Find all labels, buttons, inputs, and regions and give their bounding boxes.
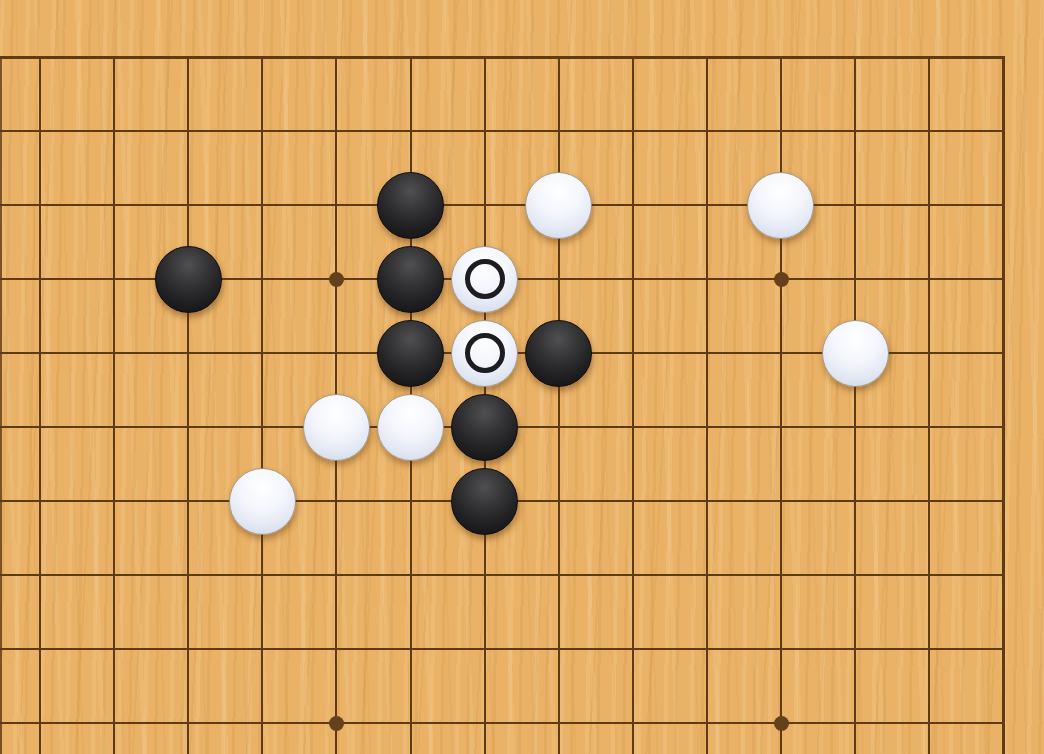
intersection-H10[interactable] [151, 686, 225, 754]
intersection-Q14[interactable] [744, 390, 818, 464]
intersection-M19[interactable] [448, 20, 522, 94]
intersection-S15[interactable] [892, 316, 966, 390]
intersection-M11[interactable] [448, 612, 522, 686]
intersection-J12[interactable] [225, 538, 299, 612]
intersection-K16[interactable] [299, 242, 373, 316]
intersection-S12[interactable] [892, 538, 966, 612]
intersection-J16[interactable] [225, 242, 299, 316]
intersection-R14[interactable] [818, 390, 892, 464]
intersection-T11[interactable] [966, 612, 1040, 686]
intersection-S19[interactable] [892, 20, 966, 94]
intersection-K13[interactable] [299, 464, 373, 538]
intersection-R15[interactable] [818, 316, 892, 390]
intersection-T17[interactable] [966, 168, 1040, 242]
intersection-M14[interactable] [448, 390, 522, 464]
intersection-O18[interactable] [596, 94, 670, 168]
intersection-N11[interactable] [522, 612, 596, 686]
intersection-S14[interactable] [892, 390, 966, 464]
intersection-O19[interactable] [596, 20, 670, 94]
intersection-N16[interactable] [522, 242, 596, 316]
intersection-G12[interactable] [77, 538, 151, 612]
intersection-P18[interactable] [670, 94, 744, 168]
intersection-Q17[interactable] [744, 168, 818, 242]
intersection-J10[interactable] [225, 686, 299, 754]
intersection-Q16[interactable] [744, 242, 818, 316]
intersection-Q18[interactable] [744, 94, 818, 168]
intersection-H18[interactable] [151, 94, 225, 168]
intersection-S18[interactable] [892, 94, 966, 168]
intersection-G18[interactable] [77, 94, 151, 168]
intersection-P13[interactable] [670, 464, 744, 538]
intersection-M13[interactable] [448, 464, 522, 538]
intersection-G10[interactable] [77, 686, 151, 754]
intersection-F15[interactable] [3, 316, 77, 390]
intersection-Q15[interactable] [744, 316, 818, 390]
stone-white-K14 [303, 394, 370, 461]
intersection-T19[interactable] [966, 20, 1040, 94]
intersection-M12[interactable] [448, 538, 522, 612]
intersection-K15[interactable] [299, 316, 373, 390]
intersection-F11[interactable] [3, 612, 77, 686]
intersection-P10[interactable] [670, 686, 744, 754]
intersection-H15[interactable] [151, 316, 225, 390]
intersection-N12[interactable] [522, 538, 596, 612]
intersection-L13[interactable] [373, 464, 447, 538]
intersection-N18[interactable] [522, 94, 596, 168]
stone-black-M14 [451, 394, 518, 461]
intersection-F16[interactable] [3, 242, 77, 316]
intersection-M10[interactable] [448, 686, 522, 754]
intersection-F17[interactable] [3, 168, 77, 242]
intersection-H17[interactable] [151, 168, 225, 242]
intersection-T14[interactable] [966, 390, 1040, 464]
intersection-P15[interactable] [670, 316, 744, 390]
intersection-T12[interactable] [966, 538, 1040, 612]
stone-black-M13 [451, 468, 518, 535]
intersection-O11[interactable] [596, 612, 670, 686]
intersection-Q12[interactable] [744, 538, 818, 612]
intersection-Q11[interactable] [744, 612, 818, 686]
stone-black-H16 [155, 246, 222, 313]
intersection-F10[interactable] [3, 686, 77, 754]
intersection-R11[interactable] [818, 612, 892, 686]
intersection-N13[interactable] [522, 464, 596, 538]
intersection-S17[interactable] [892, 168, 966, 242]
intersection-N17[interactable] [522, 168, 596, 242]
intersection-M16[interactable] [448, 242, 522, 316]
circle-mark [465, 333, 505, 373]
intersection-G13[interactable] [77, 464, 151, 538]
stone-white-N17 [525, 172, 592, 239]
intersection-L19[interactable] [373, 20, 447, 94]
intersection-G17[interactable] [77, 168, 151, 242]
intersection-N10[interactable] [522, 686, 596, 754]
go-board [0, 0, 1044, 754]
intersection-L10[interactable] [373, 686, 447, 754]
stone-white-L14 [377, 394, 444, 461]
intersection-P19[interactable] [670, 20, 744, 94]
intersection-O12[interactable] [596, 538, 670, 612]
intersection-O17[interactable] [596, 168, 670, 242]
intersection-G15[interactable] [77, 316, 151, 390]
intersection-J19[interactable] [225, 20, 299, 94]
intersection-L11[interactable] [373, 612, 447, 686]
intersection-R10[interactable] [818, 686, 892, 754]
intersection-F18[interactable] [3, 94, 77, 168]
intersection-J11[interactable] [225, 612, 299, 686]
cropped-left-grid-line [0, 56, 2, 754]
stone-white-R15 [822, 320, 889, 387]
intersection-R18[interactable] [818, 94, 892, 168]
intersection-F19[interactable] [3, 20, 77, 94]
intersection-P12[interactable] [670, 538, 744, 612]
intersection-S11[interactable] [892, 612, 966, 686]
intersection-L16[interactable] [373, 242, 447, 316]
stone-white-Q17 [747, 172, 814, 239]
intersection-J14[interactable] [225, 390, 299, 464]
intersection-J18[interactable] [225, 94, 299, 168]
intersection-T15[interactable] [966, 316, 1040, 390]
intersection-K14[interactable] [299, 390, 373, 464]
stone-white-J13 [229, 468, 296, 535]
intersection-O10[interactable] [596, 686, 670, 754]
intersection-K17[interactable] [299, 168, 373, 242]
intersection-P16[interactable] [670, 242, 744, 316]
intersection-M17[interactable] [448, 168, 522, 242]
stone-black-L16 [377, 246, 444, 313]
intersection-G14[interactable] [77, 390, 151, 464]
intersection-F14[interactable] [3, 390, 77, 464]
intersection-K11[interactable] [299, 612, 373, 686]
intersection-Q13[interactable] [744, 464, 818, 538]
intersection-L18[interactable] [373, 94, 447, 168]
intersection-L14[interactable] [373, 390, 447, 464]
intersection-O15[interactable] [596, 316, 670, 390]
intersection-O14[interactable] [596, 390, 670, 464]
intersection-O13[interactable] [596, 464, 670, 538]
intersection-K12[interactable] [299, 538, 373, 612]
intersection-R19[interactable] [818, 20, 892, 94]
intersection-G16[interactable] [77, 242, 151, 316]
board-intersections [3, 20, 1040, 754]
intersection-R17[interactable] [818, 168, 892, 242]
intersection-K19[interactable] [299, 20, 373, 94]
intersection-L17[interactable] [373, 168, 447, 242]
intersection-G19[interactable] [77, 20, 151, 94]
intersection-M15[interactable] [448, 316, 522, 390]
intersection-S10[interactable] [892, 686, 966, 754]
intersection-R12[interactable] [818, 538, 892, 612]
intersection-T13[interactable] [966, 464, 1040, 538]
intersection-S16[interactable] [892, 242, 966, 316]
intersection-H16[interactable] [151, 242, 225, 316]
intersection-G11[interactable] [77, 612, 151, 686]
stone-black-N15 [525, 320, 592, 387]
intersection-H14[interactable] [151, 390, 225, 464]
intersection-T16[interactable] [966, 242, 1040, 316]
stone-white-M16 [451, 246, 518, 313]
intersection-J13[interactable] [225, 464, 299, 538]
intersection-K18[interactable] [299, 94, 373, 168]
intersection-F13[interactable] [3, 464, 77, 538]
intersection-F12[interactable] [3, 538, 77, 612]
intersection-L12[interactable] [373, 538, 447, 612]
circle-mark [465, 259, 505, 299]
intersection-O16[interactable] [596, 242, 670, 316]
intersection-N15[interactable] [522, 316, 596, 390]
intersection-H11[interactable] [151, 612, 225, 686]
intersection-N19[interactable] [522, 20, 596, 94]
intersection-P11[interactable] [670, 612, 744, 686]
intersection-Q10[interactable] [744, 686, 818, 754]
stone-black-L15 [377, 320, 444, 387]
intersection-P14[interactable] [670, 390, 744, 464]
intersection-N14[interactable] [522, 390, 596, 464]
intersection-R16[interactable] [818, 242, 892, 316]
intersection-H13[interactable] [151, 464, 225, 538]
intersection-R13[interactable] [818, 464, 892, 538]
intersection-J17[interactable] [225, 168, 299, 242]
intersection-K10[interactable] [299, 686, 373, 754]
intersection-T18[interactable] [966, 94, 1040, 168]
intersection-Q19[interactable] [744, 20, 818, 94]
intersection-P17[interactable] [670, 168, 744, 242]
stone-black-L17 [377, 172, 444, 239]
intersection-H12[interactable] [151, 538, 225, 612]
intersection-M18[interactable] [448, 94, 522, 168]
stone-white-M15 [451, 320, 518, 387]
intersection-H19[interactable] [151, 20, 225, 94]
intersection-L15[interactable] [373, 316, 447, 390]
intersection-T10[interactable] [966, 686, 1040, 754]
intersection-J15[interactable] [225, 316, 299, 390]
intersection-S13[interactable] [892, 464, 966, 538]
